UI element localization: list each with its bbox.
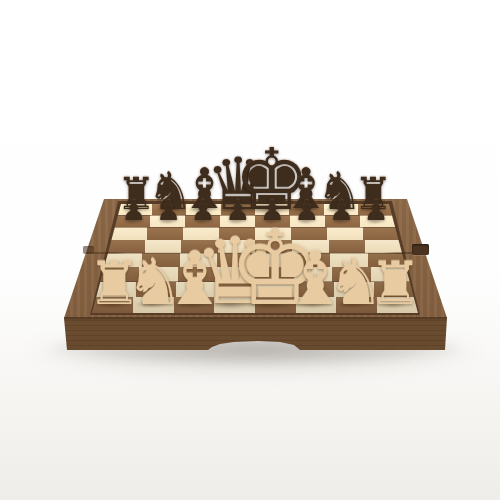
piece-white-rook[interactable]: ♜ (369, 253, 423, 313)
piece-black-pawn[interactable]: ♟ (156, 197, 181, 225)
piece-black-pawn[interactable]: ♟ (329, 197, 354, 225)
product-photo: ♜♞♝♛♚♝♞♜♟♟♟♟♟♟♟♟♜♞♝♛♚♝♞♜ (0, 0, 500, 500)
piece-black-pawn[interactable]: ♟ (364, 197, 389, 225)
piece-black-pawn[interactable]: ♟ (121, 197, 146, 225)
pieces-layer: ♜♞♝♛♚♝♞♜♟♟♟♟♟♟♟♟♜♞♝♛♚♝♞♜ (0, 0, 500, 500)
